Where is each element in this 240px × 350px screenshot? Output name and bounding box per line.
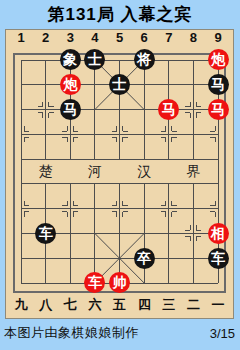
file-label-bottom: 八 [34, 298, 58, 312]
file-label-bottom: 二 [181, 298, 205, 312]
board-point [206, 147, 231, 172]
board-point: 马 [156, 97, 181, 122]
board-point [181, 196, 206, 221]
footer: 本图片由象棋娘娘制作 3/15 [4, 323, 235, 343]
board-point [33, 246, 58, 271]
file-label-bottom: 五 [108, 298, 132, 312]
board-point [206, 171, 231, 196]
piece-black-chariot[interactable]: 车 [208, 248, 229, 269]
piece-red-horse[interactable]: 马 [158, 99, 179, 120]
board-point: 象 [58, 48, 83, 73]
piece-red-cannon[interactable]: 炮 [60, 74, 81, 95]
file-label-bottom: 七 [58, 298, 82, 312]
board-point [58, 221, 83, 246]
board-point: 士 [83, 48, 108, 73]
board-point [83, 72, 108, 97]
board-point [132, 72, 157, 97]
board-point [33, 270, 58, 295]
board-point [181, 48, 206, 73]
piece-black-soldier[interactable]: 卒 [134, 248, 155, 269]
board-point [83, 196, 108, 221]
board-point [83, 171, 108, 196]
board-point [83, 147, 108, 172]
board-point [107, 122, 132, 147]
board-point [132, 147, 157, 172]
board-point: 士 [107, 72, 132, 97]
board-point: 马 [206, 72, 231, 97]
board-point [107, 246, 132, 271]
board-point [107, 147, 132, 172]
board-point [33, 97, 58, 122]
board-point [9, 122, 34, 147]
board-point [107, 171, 132, 196]
piece-black-elephant[interactable]: 象 [60, 49, 81, 70]
page-indicator: 3/15 [210, 326, 235, 341]
piece-red-elephant[interactable]: 相 [208, 223, 229, 244]
board-point [206, 270, 231, 295]
board-point [33, 196, 58, 221]
file-label-top: 4 [83, 31, 107, 45]
board-point: 车 [33, 221, 58, 246]
board-point [9, 97, 34, 122]
piece-black-horse[interactable]: 马 [208, 74, 229, 95]
screen: 第131局 入幕之宾 123456789 楚河汉界 象士将炮炮士马马马马车相卒车… [0, 0, 240, 350]
board-point [107, 48, 132, 73]
file-label-top: 8 [181, 31, 205, 45]
board-point [132, 196, 157, 221]
board-point [181, 147, 206, 172]
board-point [132, 122, 157, 147]
file-label-bottom: 三 [157, 298, 181, 312]
board-point [132, 221, 157, 246]
file-label-top: 5 [108, 31, 132, 45]
board-point [156, 147, 181, 172]
piece-red-horse[interactable]: 马 [208, 99, 229, 120]
file-label-bottom: 一 [206, 298, 230, 312]
board-point [83, 246, 108, 271]
board-point: 将 [132, 48, 157, 73]
board-point [206, 196, 231, 221]
board-point [107, 97, 132, 122]
board-point: 炮 [58, 72, 83, 97]
board-point: 炮 [206, 48, 231, 73]
file-label-bottom: 九 [9, 298, 33, 312]
file-label-top: 6 [132, 31, 156, 45]
board-point [156, 171, 181, 196]
board-point [9, 270, 34, 295]
board-point: 马 [58, 97, 83, 122]
file-label-bottom: 四 [132, 298, 156, 312]
board-point [181, 122, 206, 147]
credit-text: 本图片由象棋娘娘制作 [4, 324, 139, 342]
piece-red-general[interactable]: 帅 [109, 272, 130, 293]
board-point [132, 171, 157, 196]
board-point [58, 270, 83, 295]
board: 象士将炮炮士马马马马车相卒车车帅 [9, 48, 231, 296]
board-point [9, 48, 34, 73]
board-point [156, 72, 181, 97]
piece-black-advisor[interactable]: 士 [84, 49, 105, 70]
board-point [9, 246, 34, 271]
board-point [181, 171, 206, 196]
board-point [9, 72, 34, 97]
board-point [58, 122, 83, 147]
board-point [132, 97, 157, 122]
board-point: 马 [206, 97, 231, 122]
board-point [181, 72, 206, 97]
board-point [181, 97, 206, 122]
board-point: 车 [206, 246, 231, 271]
board-point [156, 270, 181, 295]
board-point [156, 246, 181, 271]
board-point: 卒 [132, 246, 157, 271]
board-point [156, 221, 181, 246]
board-point [58, 171, 83, 196]
board-point [107, 221, 132, 246]
board-point [9, 171, 34, 196]
file-label-bottom: 六 [83, 298, 107, 312]
piece-black-general[interactable]: 将 [134, 49, 155, 70]
board-point [58, 147, 83, 172]
piece-red-chariot[interactable]: 车 [84, 272, 105, 293]
piece-black-horse[interactable]: 马 [60, 99, 81, 120]
file-label-top: 3 [58, 31, 82, 45]
board-point [58, 246, 83, 271]
board-point [83, 221, 108, 246]
board-point [156, 48, 181, 73]
file-label-top: 2 [34, 31, 58, 45]
board-point [83, 97, 108, 122]
board-point [156, 122, 181, 147]
piece-black-advisor[interactable]: 士 [109, 74, 130, 95]
puzzle-title: 第131局 入幕之宾 [0, 3, 240, 25]
board-point [9, 221, 34, 246]
board-point [33, 171, 58, 196]
board-point [107, 196, 132, 221]
board-point [33, 48, 58, 73]
board-point [9, 147, 34, 172]
board-point [33, 147, 58, 172]
file-label-top: 7 [157, 31, 181, 45]
board-point [132, 270, 157, 295]
board-point [83, 122, 108, 147]
piece-black-chariot[interactable]: 车 [35, 223, 56, 244]
board-point: 帅 [107, 270, 132, 295]
board-point [181, 221, 206, 246]
board-point: 车 [83, 270, 108, 295]
board-point [181, 246, 206, 271]
board-point: 相 [206, 221, 231, 246]
board-point [33, 72, 58, 97]
piece-red-cannon[interactable]: 炮 [208, 49, 229, 70]
board-point [206, 122, 231, 147]
file-label-top: 9 [206, 31, 230, 45]
board-point [9, 196, 34, 221]
board-point [181, 270, 206, 295]
file-label-top: 1 [9, 31, 33, 45]
board-point [58, 196, 83, 221]
board-point [156, 196, 181, 221]
board-point [33, 122, 58, 147]
